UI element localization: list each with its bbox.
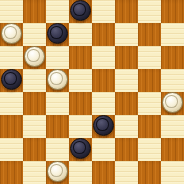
square-c4 (46, 92, 69, 115)
black-man-a5[interactable]: ⛂ (1, 69, 22, 90)
square-d6[interactable] (69, 46, 92, 69)
square-c2 (46, 138, 69, 161)
square-g3[interactable] (138, 115, 161, 138)
square-b2[interactable] (23, 138, 46, 161)
square-a1[interactable] (0, 161, 23, 184)
square-d2[interactable]: ⛂ (69, 138, 92, 161)
square-c8 (46, 0, 69, 23)
square-f3 (115, 115, 138, 138)
square-a6 (0, 46, 23, 69)
square-g7[interactable] (138, 23, 161, 46)
white-man-h4[interactable]: ⛀ (162, 92, 183, 113)
square-f4[interactable] (115, 92, 138, 115)
white-man-c5[interactable]: ⛀ (47, 69, 68, 90)
square-a7[interactable]: ⛀ (0, 23, 23, 46)
square-e8 (92, 0, 115, 23)
square-f6[interactable] (115, 46, 138, 69)
square-b1 (23, 161, 46, 184)
square-e2 (92, 138, 115, 161)
square-a5[interactable]: ⛂ (0, 69, 23, 92)
black-man-d8[interactable]: ⛂ (70, 0, 91, 21)
square-g6 (138, 46, 161, 69)
square-f7 (115, 23, 138, 46)
square-h4[interactable]: ⛀ (161, 92, 184, 115)
square-f5 (115, 69, 138, 92)
square-a2 (0, 138, 23, 161)
square-b7 (23, 23, 46, 46)
square-d4[interactable] (69, 92, 92, 115)
square-g1[interactable] (138, 161, 161, 184)
square-f1 (115, 161, 138, 184)
square-h7 (161, 23, 184, 46)
square-b6[interactable]: ⛀ (23, 46, 46, 69)
square-f2[interactable] (115, 138, 138, 161)
square-d5 (69, 69, 92, 92)
black-man-d2[interactable]: ⛂ (70, 138, 91, 159)
square-g5[interactable] (138, 69, 161, 92)
square-e7[interactable] (92, 23, 115, 46)
square-a3[interactable] (0, 115, 23, 138)
black-man-c7[interactable]: ⛂ (47, 23, 68, 44)
square-d7 (69, 23, 92, 46)
square-f8[interactable] (115, 0, 138, 23)
square-h3 (161, 115, 184, 138)
square-d3 (69, 115, 92, 138)
square-g2 (138, 138, 161, 161)
square-e5[interactable] (92, 69, 115, 92)
white-man-b6[interactable]: ⛀ (24, 46, 45, 67)
square-e4 (92, 92, 115, 115)
square-c5[interactable]: ⛀ (46, 69, 69, 92)
square-a8 (0, 0, 23, 23)
square-b8[interactable] (23, 0, 46, 23)
square-g8 (138, 0, 161, 23)
square-b3 (23, 115, 46, 138)
square-a4 (0, 92, 23, 115)
square-h6[interactable] (161, 46, 184, 69)
square-h5 (161, 69, 184, 92)
square-b4[interactable] (23, 92, 46, 115)
white-man-c1[interactable]: ⛀ (47, 161, 68, 182)
checkers-board: ⛂⛀⛂⛀⛂⛀⛀⛂⛂⛀ (0, 0, 184, 184)
square-e6 (92, 46, 115, 69)
white-man-a7[interactable]: ⛀ (1, 23, 22, 44)
square-e3[interactable]: ⛂ (92, 115, 115, 138)
square-c1[interactable]: ⛀ (46, 161, 69, 184)
square-c6 (46, 46, 69, 69)
square-c3[interactable] (46, 115, 69, 138)
black-man-e3[interactable]: ⛂ (93, 115, 114, 136)
square-e1[interactable] (92, 161, 115, 184)
square-d1 (69, 161, 92, 184)
square-c7[interactable]: ⛂ (46, 23, 69, 46)
square-d8[interactable]: ⛂ (69, 0, 92, 23)
square-g4 (138, 92, 161, 115)
square-h1 (161, 161, 184, 184)
square-b5 (23, 69, 46, 92)
square-h2[interactable] (161, 138, 184, 161)
square-h8[interactable] (161, 0, 184, 23)
